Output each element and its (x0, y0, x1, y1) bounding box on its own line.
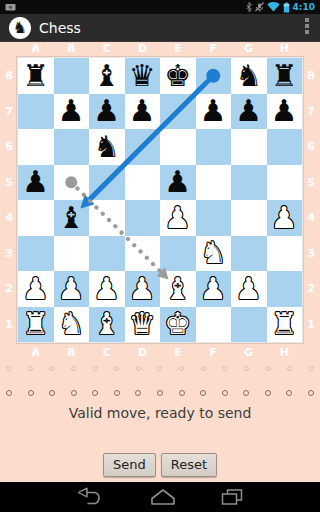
app-icon: ♞ (9, 17, 31, 39)
square-h6[interactable] (267, 129, 303, 165)
square-e4[interactable]: ♟ (160, 200, 196, 236)
piece-white-pawn[interactable]: ♟ (93, 274, 120, 304)
home-button[interactable] (150, 488, 176, 506)
battery-icon (283, 2, 290, 13)
square-h2[interactable] (267, 271, 303, 307)
piece-black-rook[interactable]: ♜ (271, 61, 298, 91)
square-b7[interactable]: ♟ (54, 94, 90, 130)
square-e6[interactable] (160, 129, 196, 165)
square-h5[interactable] (267, 165, 303, 201)
coord-label: 1 (1, 307, 17, 343)
coord-label: 5 (303, 165, 319, 201)
square-d2[interactable]: ♟ (125, 271, 161, 307)
square-a6[interactable] (18, 129, 54, 165)
coord-label: H (267, 346, 303, 360)
coord-label: 6 (303, 129, 319, 165)
ring-divider (6, 390, 314, 396)
piece-black-rook[interactable]: ♜ (22, 61, 49, 91)
coord-label: A (18, 346, 54, 360)
square-b6[interactable] (54, 129, 90, 165)
coord-label: 4 (1, 200, 17, 236)
reset-button[interactable]: Reset (161, 453, 217, 477)
knight-logo-icon: ♞ (13, 20, 27, 36)
piece-white-rook[interactable]: ♜ (22, 309, 49, 339)
square-a8[interactable]: ♜ (18, 58, 54, 94)
square-e8[interactable]: ♚ (160, 58, 196, 94)
notification-icon (5, 3, 16, 11)
square-h4[interactable]: ♟ (267, 200, 303, 236)
square-g4[interactable] (231, 200, 267, 236)
coord-label: C (89, 42, 125, 56)
square-h7[interactable]: ♟ (267, 94, 303, 130)
square-b5[interactable] (54, 165, 90, 201)
move-status-text: Valid move, ready to send (0, 405, 320, 421)
square-e5[interactable]: ♟ (160, 165, 196, 201)
square-d6[interactable] (125, 129, 161, 165)
square-b1[interactable]: ♞ (54, 307, 90, 343)
square-d7[interactable]: ♟ (125, 94, 161, 130)
square-a7[interactable] (18, 94, 54, 130)
coord-label: F (196, 346, 232, 360)
coord-label: E (160, 42, 196, 56)
coord-label: C (89, 346, 125, 360)
piece-white-pawn[interactable]: ♟ (129, 274, 156, 304)
square-c6[interactable]: ♞ (89, 129, 125, 165)
mute-icon (255, 2, 264, 12)
piece-black-pawn[interactable]: ♟ (93, 96, 120, 126)
coord-label: 5 (1, 165, 17, 201)
square-g6[interactable] (231, 129, 267, 165)
piece-white-pawn[interactable]: ♟ (22, 274, 49, 304)
square-a3[interactable] (18, 236, 54, 272)
square-e1[interactable]: ♚ (160, 307, 196, 343)
square-c7[interactable]: ♟ (89, 94, 125, 130)
square-e7[interactable] (160, 94, 196, 130)
square-b3[interactable] (54, 236, 90, 272)
piece-black-pawn[interactable]: ♟ (164, 167, 191, 197)
square-f6[interactable] (196, 129, 232, 165)
coord-label: E (160, 346, 196, 360)
send-button[interactable]: Send (103, 453, 156, 477)
square-c2[interactable]: ♟ (89, 271, 125, 307)
square-h1[interactable]: ♜ (267, 307, 303, 343)
clock: 4:10 (293, 2, 317, 12)
coord-label: 7 (1, 94, 17, 130)
coord-label: B (54, 42, 90, 56)
square-b8[interactable] (54, 58, 90, 94)
square-f2[interactable]: ♟ (196, 271, 232, 307)
square-a5[interactable]: ♟ (18, 165, 54, 201)
piece-white-pawn[interactable]: ♟ (164, 203, 191, 233)
square-e2[interactable]: ♝ (160, 271, 196, 307)
coord-label: F (196, 42, 232, 56)
square-f7[interactable]: ♟ (196, 94, 232, 130)
square-b4[interactable]: ♝ (54, 200, 90, 236)
piece-black-pawn[interactable]: ♟ (58, 96, 85, 126)
file-labels-bottom: ABCDEFGH (18, 346, 302, 360)
square-f4[interactable] (196, 200, 232, 236)
piece-white-pawn[interactable]: ♟ (235, 274, 262, 304)
piece-white-pawn[interactable]: ♟ (58, 274, 85, 304)
piece-black-pawn[interactable]: ♟ (271, 96, 298, 126)
wifi-icon (267, 2, 280, 12)
square-d8[interactable]: ♛ (125, 58, 161, 94)
coord-label: 2 (1, 271, 17, 307)
piece-black-bishop[interactable]: ♝ (58, 203, 85, 233)
coord-label: D (125, 346, 161, 360)
coord-label: D (125, 42, 161, 56)
square-d1[interactable]: ♛ (125, 307, 161, 343)
coord-label: 7 (303, 94, 319, 130)
square-g2[interactable]: ♟ (231, 271, 267, 307)
coord-label: A (18, 42, 54, 56)
square-d4[interactable] (125, 200, 161, 236)
square-g5[interactable] (231, 165, 267, 201)
square-a1[interactable]: ♜ (18, 307, 54, 343)
status-bar: 4:10 (0, 0, 320, 14)
coord-label: 2 (303, 271, 319, 307)
coord-label: 3 (1, 236, 17, 272)
system-nav-bar (0, 482, 320, 512)
overflow-menu-icon[interactable] (305, 18, 309, 34)
piece-white-knight[interactable]: ♞ (58, 309, 85, 339)
square-g1[interactable] (231, 307, 267, 343)
piece-black-knight[interactable]: ♞ (235, 61, 262, 91)
piece-white-bishop[interactable]: ♝ (93, 309, 120, 339)
action-bar: ♞ Chess (0, 14, 320, 42)
piece-black-bishop[interactable]: ♝ (93, 61, 120, 91)
android-screen: { "game": "chess", "position": { "fen": … (0, 0, 320, 512)
piece-white-pawn[interactable]: ♟ (271, 203, 298, 233)
square-d3[interactable] (125, 236, 161, 272)
coord-label: G (231, 346, 267, 360)
square-c1[interactable]: ♝ (89, 307, 125, 343)
coord-label: 3 (303, 236, 319, 272)
square-c4[interactable] (89, 200, 125, 236)
piece-white-queen[interactable]: ♛ (129, 309, 156, 339)
back-button[interactable] (76, 487, 106, 507)
piece-white-rook[interactable]: ♜ (271, 309, 298, 339)
piece-black-queen[interactable]: ♛ (129, 61, 156, 91)
piece-black-pawn[interactable]: ♟ (129, 96, 156, 126)
square-f5[interactable] (196, 165, 232, 201)
chess-board[interactable]: ♜♝♛♚♞♜♟♟♟♟♟♟♞♟♟♝♟♟♞♟♟♟♟♝♟♟♜♞♝♛♚♜ (17, 57, 303, 343)
app-title: Chess (39, 20, 81, 36)
coord-label: 4 (303, 200, 319, 236)
rank-labels-left: 87654321 (1, 58, 17, 342)
square-h3[interactable] (267, 236, 303, 272)
file-labels-top: ABCDEFGH (18, 42, 302, 56)
coord-label: 8 (303, 58, 319, 94)
square-g8[interactable]: ♞ (231, 58, 267, 94)
piece-black-knight[interactable]: ♞ (93, 132, 120, 162)
square-f1[interactable] (196, 307, 232, 343)
square-d5[interactable] (125, 165, 161, 201)
coord-label: B (54, 346, 90, 360)
square-a2[interactable]: ♟ (18, 271, 54, 307)
piece-black-pawn[interactable]: ♟ (200, 96, 227, 126)
piece-black-pawn[interactable]: ♟ (235, 96, 262, 126)
square-a4[interactable] (18, 200, 54, 236)
coord-label: G (231, 42, 267, 56)
coord-label: H (267, 42, 303, 56)
piece-white-bishop[interactable]: ♝ (164, 274, 191, 304)
square-e3[interactable] (160, 236, 196, 272)
coord-label: 8 (1, 58, 17, 94)
coord-label: 1 (303, 307, 319, 343)
square-f8[interactable] (196, 58, 232, 94)
piece-white-pawn[interactable]: ♟ (200, 274, 227, 304)
recents-button[interactable] (220, 488, 244, 506)
piece-black-pawn[interactable]: ♟ (22, 167, 49, 197)
square-f3[interactable]: ♞ (196, 236, 232, 272)
square-h8[interactable]: ♜ (267, 58, 303, 94)
square-c5[interactable] (89, 165, 125, 201)
piece-white-knight[interactable]: ♞ (200, 238, 227, 268)
button-row: Send Reset (0, 453, 320, 477)
rank-labels-right: 87654321 (303, 58, 319, 342)
square-g7[interactable]: ♟ (231, 94, 267, 130)
square-c3[interactable] (89, 236, 125, 272)
piece-black-king[interactable]: ♚ (164, 61, 191, 91)
piece-white-king[interactable]: ♚ (164, 309, 191, 339)
coord-label: 6 (1, 129, 17, 165)
faint-dot-divider (6, 366, 314, 371)
bluetooth-icon (246, 2, 252, 12)
square-c8[interactable]: ♝ (89, 58, 125, 94)
square-b2[interactable]: ♟ (54, 271, 90, 307)
square-g3[interactable] (231, 236, 267, 272)
